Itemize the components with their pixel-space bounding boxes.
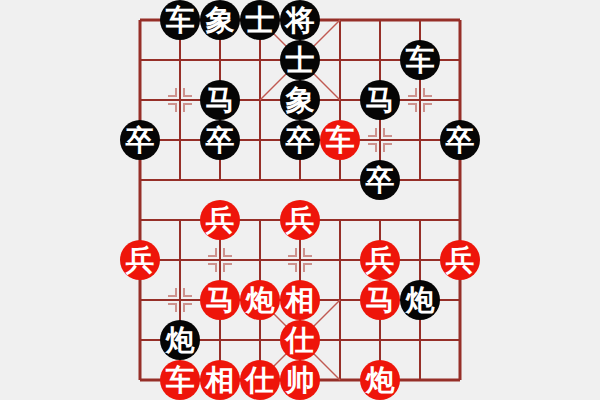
piece-red-chariot[interactable]: 车	[160, 360, 200, 400]
piece-red-advisor[interactable]: 仕	[240, 360, 280, 400]
piece-red-cannon[interactable]: 炮	[240, 280, 280, 320]
piece-black-soldier[interactable]: 卒	[200, 120, 240, 160]
piece-black-elephant[interactable]: 象	[200, 0, 240, 40]
piece-black-elephant[interactable]: 象	[280, 80, 320, 120]
piece-black-chariot[interactable]: 车	[160, 0, 200, 40]
piece-black-cannon[interactable]: 炮	[400, 280, 440, 320]
piece-red-advisor[interactable]: 仕	[280, 320, 320, 360]
piece-red-soldier[interactable]: 兵	[360, 240, 400, 280]
piece-red-soldier[interactable]: 兵	[120, 240, 160, 280]
piece-red-cannon[interactable]: 炮	[360, 360, 400, 400]
piece-red-elephant[interactable]: 相	[200, 360, 240, 400]
piece-black-soldier[interactable]: 卒	[120, 120, 160, 160]
xiangqi-app: 车象士将士车马象马卒卒卒卒卒炮炮车兵兵兵兵兵马炮相马仕车相仕帅炮	[0, 0, 600, 400]
piece-black-chariot[interactable]: 车	[400, 40, 440, 80]
piece-red-general[interactable]: 帅	[280, 360, 320, 400]
piece-red-soldier[interactable]: 兵	[280, 200, 320, 240]
piece-red-elephant[interactable]: 相	[280, 280, 320, 320]
piece-black-horse[interactable]: 马	[360, 80, 400, 120]
piece-black-advisor[interactable]: 士	[240, 0, 280, 40]
piece-red-soldier[interactable]: 兵	[200, 200, 240, 240]
piece-black-cannon[interactable]: 炮	[160, 320, 200, 360]
piece-red-chariot[interactable]: 车	[320, 120, 360, 160]
piece-red-horse[interactable]: 马	[200, 280, 240, 320]
piece-black-soldier[interactable]: 卒	[360, 160, 400, 200]
piece-red-horse[interactable]: 马	[360, 280, 400, 320]
piece-black-advisor[interactable]: 士	[280, 40, 320, 80]
piece-black-soldier[interactable]: 卒	[440, 120, 480, 160]
piece-black-horse[interactable]: 马	[200, 80, 240, 120]
xiangqi-piece-layer[interactable]: 车象士将士车马象马卒卒卒卒卒炮炮车兵兵兵兵兵马炮相马仕车相仕帅炮	[0, 0, 600, 400]
piece-red-soldier[interactable]: 兵	[440, 240, 480, 280]
piece-black-soldier[interactable]: 卒	[280, 120, 320, 160]
piece-black-general[interactable]: 将	[280, 0, 320, 40]
